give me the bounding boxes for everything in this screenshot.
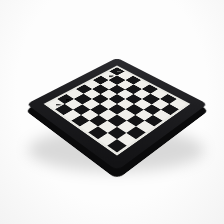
product-photo: ♜♞♝♛♚♝♞♜♟♟♟♟♟♟♟♟♟♟♟♟♟♟♟♟♜♞♝♛♚♝♞♜ [0, 0, 224, 224]
black-rook-icon: ♜ [40, 92, 72, 106]
white-pawn-icon: ♟ [95, 67, 124, 78]
